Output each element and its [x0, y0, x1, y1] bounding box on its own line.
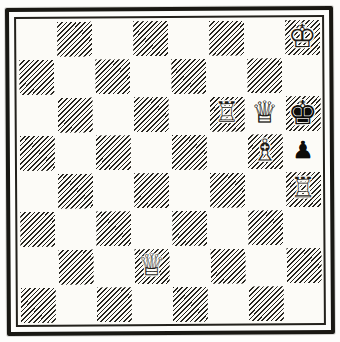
- square-g8[interactable]: [245, 18, 283, 56]
- square-c2[interactable]: [94, 247, 132, 285]
- square-a3[interactable]: [18, 210, 56, 248]
- white-rook-icon: ♖: [290, 174, 315, 202]
- square-c1[interactable]: [95, 285, 133, 323]
- square-e1[interactable]: [171, 285, 209, 323]
- square-d8[interactable]: [131, 19, 169, 57]
- square-h5[interactable]: ♟: [284, 132, 322, 170]
- square-d1[interactable]: [133, 285, 171, 323]
- square-a1[interactable]: [19, 286, 57, 324]
- square-c4[interactable]: [94, 171, 132, 209]
- chess-board: ♔♖♕♚♗♟♖♕: [17, 18, 323, 324]
- square-c8[interactable]: [93, 19, 131, 57]
- square-c3[interactable]: [94, 209, 132, 247]
- square-h8[interactable]: ♔: [283, 18, 321, 56]
- square-h7[interactable]: [283, 56, 321, 94]
- black-king-icon: ♚: [288, 96, 318, 129]
- square-d3[interactable]: [132, 209, 170, 247]
- square-h1[interactable]: [285, 284, 323, 322]
- square-e3[interactable]: [170, 209, 208, 247]
- square-f6[interactable]: ♖: [208, 95, 246, 133]
- square-f7[interactable]: [207, 57, 245, 95]
- square-a2[interactable]: [18, 248, 56, 286]
- square-d4[interactable]: [132, 171, 170, 209]
- square-h4[interactable]: ♖: [284, 170, 322, 208]
- square-a4[interactable]: [18, 172, 56, 210]
- white-queen-icon: ♕: [138, 250, 165, 280]
- square-g7[interactable]: [245, 56, 283, 94]
- square-e4[interactable]: [170, 171, 208, 209]
- square-g3[interactable]: [246, 208, 284, 246]
- square-g6[interactable]: ♕: [246, 94, 284, 132]
- square-f3[interactable]: [208, 209, 246, 247]
- square-d6[interactable]: [132, 95, 170, 133]
- square-g4[interactable]: [246, 170, 284, 208]
- square-b8[interactable]: [55, 19, 93, 57]
- square-f2[interactable]: [208, 247, 246, 285]
- outer-board-frame: ♔♖♕♚♗♟♖♕: [5, 6, 335, 336]
- square-g5[interactable]: ♗: [246, 132, 284, 170]
- square-c7[interactable]: [93, 57, 131, 95]
- square-f1[interactable]: [209, 285, 247, 323]
- white-queen-icon: ♕: [251, 97, 278, 127]
- square-g1[interactable]: [247, 284, 285, 322]
- square-g2[interactable]: [246, 246, 284, 284]
- black-pawn-icon: ♟: [292, 138, 314, 162]
- square-b7[interactable]: [55, 57, 93, 95]
- square-e2[interactable]: [170, 247, 208, 285]
- square-e7[interactable]: [169, 57, 207, 95]
- white-bishop-icon: ♗: [251, 135, 278, 165]
- inner-board-border: ♔♖♕♚♗♟♖♕: [14, 15, 326, 327]
- square-c5[interactable]: [94, 133, 132, 171]
- square-d5[interactable]: [132, 133, 170, 171]
- scanned-diagram-page: ♔♖♕♚♗♟♖♕: [0, 0, 340, 342]
- square-e5[interactable]: [170, 133, 208, 171]
- square-d2[interactable]: ♕: [132, 247, 170, 285]
- square-f4[interactable]: [208, 171, 246, 209]
- square-a8[interactable]: [17, 20, 55, 58]
- square-a5[interactable]: [18, 134, 56, 172]
- square-d7[interactable]: [131, 57, 169, 95]
- square-e6[interactable]: [170, 95, 208, 133]
- square-b2[interactable]: [56, 247, 94, 285]
- square-b5[interactable]: [56, 133, 94, 171]
- white-rook-icon: ♖: [214, 99, 239, 127]
- square-b1[interactable]: [57, 285, 95, 323]
- square-c6[interactable]: [94, 95, 132, 133]
- square-b3[interactable]: [56, 209, 94, 247]
- white-king-icon: ♔: [288, 20, 317, 52]
- square-h2[interactable]: [284, 246, 322, 284]
- square-e8[interactable]: [169, 19, 207, 57]
- square-f8[interactable]: [207, 19, 245, 57]
- square-a6[interactable]: [18, 96, 56, 134]
- square-h6[interactable]: ♚: [284, 94, 322, 132]
- square-b6[interactable]: [56, 95, 94, 133]
- square-h3[interactable]: [284, 208, 322, 246]
- square-a7[interactable]: [17, 58, 55, 96]
- square-f5[interactable]: [208, 133, 246, 171]
- square-b4[interactable]: [56, 171, 94, 209]
